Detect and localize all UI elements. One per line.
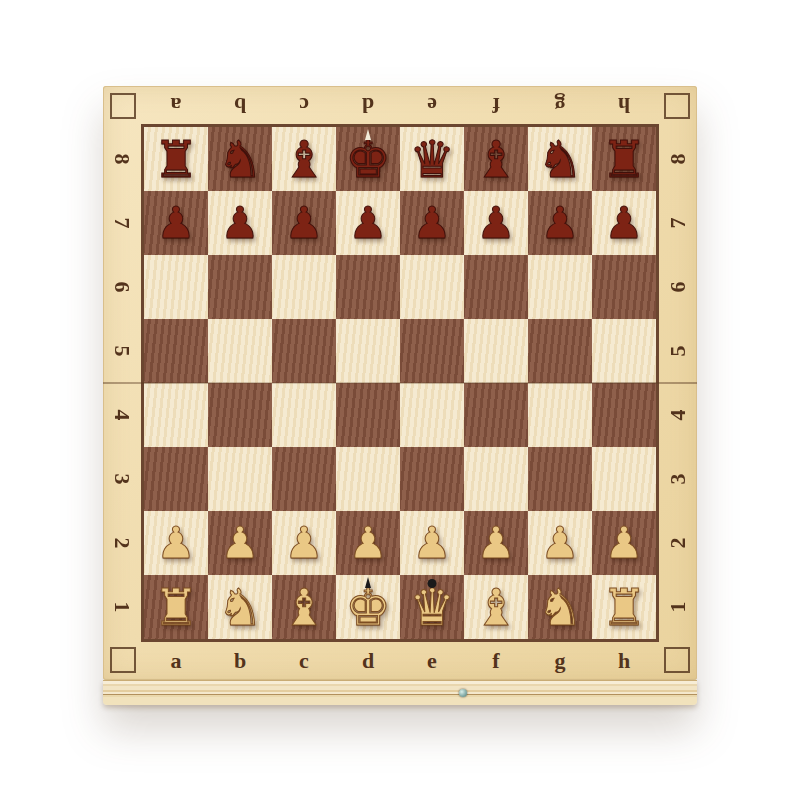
rank-label-right-2: 2 xyxy=(646,529,710,557)
square-g8: ♞ xyxy=(528,127,592,191)
square-g3 xyxy=(528,447,592,511)
square-g5 xyxy=(528,319,592,383)
fold-seam xyxy=(103,382,697,384)
piece-light-pawn-f2: ♟ xyxy=(476,521,515,565)
square-e5 xyxy=(400,319,464,383)
board-rim: abcdefgh abcdefgh 87654321 87654321 ♜♞♝♚… xyxy=(103,86,697,680)
square-e4 xyxy=(400,383,464,447)
piece-dark-pawn-a7: ♟ xyxy=(156,201,195,245)
corner-box-bottom-right xyxy=(664,647,690,673)
square-d8: ♚ xyxy=(336,127,400,191)
square-b2: ♟ xyxy=(208,511,272,575)
square-f8: ♝ xyxy=(464,127,528,191)
piece-light-bishop-f1: ♝ xyxy=(473,582,519,633)
rank-label-left-2: 2 xyxy=(90,529,154,557)
file-label-bottom-f: f xyxy=(464,647,528,675)
rank-label-left-7: 7 xyxy=(90,209,154,237)
piece-dark-pawn-e7: ♟ xyxy=(412,201,451,245)
square-e2: ♟ xyxy=(400,511,464,575)
square-g2: ♟ xyxy=(528,511,592,575)
photo-background: abcdefgh abcdefgh 87654321 87654321 ♜♞♝♚… xyxy=(0,0,800,800)
square-d3 xyxy=(336,447,400,511)
square-c1: ♝ xyxy=(272,575,336,639)
file-label-top-c: c xyxy=(272,91,336,119)
rank-label-right-5: 5 xyxy=(646,337,710,365)
light-queen-finial xyxy=(427,579,436,588)
box-lid-seam xyxy=(103,694,697,695)
file-label-bottom-g: g xyxy=(528,647,592,675)
piece-dark-rook-a8: ♜ xyxy=(153,134,199,185)
square-g4 xyxy=(528,383,592,447)
piece-light-queen-e1: ♛ xyxy=(409,582,455,633)
rank-label-left-6: 6 xyxy=(90,273,154,301)
file-label-top-a: a xyxy=(144,91,208,119)
piece-dark-pawn-f7: ♟ xyxy=(476,201,515,245)
piece-dark-pawn-h7: ♟ xyxy=(604,201,643,245)
file-label-top-g: g xyxy=(528,91,592,119)
square-b3 xyxy=(208,447,272,511)
piece-light-king-d1: ♚ xyxy=(345,582,391,633)
piece-light-knight-b1: ♞ xyxy=(217,582,263,633)
piece-light-knight-g1: ♞ xyxy=(537,582,583,633)
square-c3 xyxy=(272,447,336,511)
piece-dark-bishop-f8: ♝ xyxy=(473,134,519,185)
piece-dark-knight-b8: ♞ xyxy=(217,134,263,185)
corner-box-bottom-left xyxy=(110,647,136,673)
file-label-top-e: e xyxy=(400,91,464,119)
piece-dark-pawn-b7: ♟ xyxy=(220,201,259,245)
square-b1: ♞ xyxy=(208,575,272,639)
square-f3 xyxy=(464,447,528,511)
file-label-top-b: b xyxy=(208,91,272,119)
piece-dark-pawn-c7: ♟ xyxy=(284,201,323,245)
file-label-bottom-d: d xyxy=(336,647,400,675)
square-f6 xyxy=(464,255,528,319)
rank-label-right-7: 7 xyxy=(646,209,710,237)
square-e8: ♛ xyxy=(400,127,464,191)
piece-light-pawn-h2: ♟ xyxy=(604,521,643,565)
chess-board: abcdefgh abcdefgh 87654321 87654321 ♜♞♝♚… xyxy=(103,86,697,705)
piece-dark-knight-g8: ♞ xyxy=(537,134,583,185)
rank-label-left-3: 3 xyxy=(90,465,154,493)
piece-light-rook-a1: ♜ xyxy=(153,582,199,633)
piece-dark-pawn-d7: ♟ xyxy=(348,201,387,245)
rank-label-left-8: 8 xyxy=(90,145,154,173)
square-b8: ♞ xyxy=(208,127,272,191)
file-label-bottom-b: b xyxy=(208,647,272,675)
square-e3 xyxy=(400,447,464,511)
square-c6 xyxy=(272,255,336,319)
piece-light-pawn-a2: ♟ xyxy=(156,521,195,565)
rank-label-left-4: 4 xyxy=(90,401,154,429)
square-c7: ♟ xyxy=(272,191,336,255)
square-b6 xyxy=(208,255,272,319)
square-d7: ♟ xyxy=(336,191,400,255)
square-c4 xyxy=(272,383,336,447)
square-d6 xyxy=(336,255,400,319)
piece-light-pawn-d2: ♟ xyxy=(348,521,387,565)
piece-light-rook-h1: ♜ xyxy=(601,582,647,633)
box-side-edge xyxy=(103,680,697,705)
file-labels-top: abcdefgh xyxy=(144,91,656,119)
square-g6 xyxy=(528,255,592,319)
square-b4 xyxy=(208,383,272,447)
file-label-top-f: f xyxy=(464,91,528,119)
piece-light-pawn-b2: ♟ xyxy=(220,521,259,565)
square-c2: ♟ xyxy=(272,511,336,575)
file-label-top-d: d xyxy=(336,91,400,119)
light-king-finial xyxy=(365,577,371,588)
rank-label-left-5: 5 xyxy=(90,337,154,365)
piece-dark-bishop-c8: ♝ xyxy=(281,134,327,185)
rank-label-right-8: 8 xyxy=(646,145,710,173)
square-d4 xyxy=(336,383,400,447)
square-e6 xyxy=(400,255,464,319)
piece-dark-pawn-g7: ♟ xyxy=(540,201,579,245)
piece-dark-king-d8: ♚ xyxy=(345,134,391,185)
screw-icon xyxy=(459,689,467,697)
square-c8: ♝ xyxy=(272,127,336,191)
square-f5 xyxy=(464,319,528,383)
piece-light-pawn-c2: ♟ xyxy=(284,521,323,565)
square-f2: ♟ xyxy=(464,511,528,575)
rank-label-left-1: 1 xyxy=(90,593,154,621)
piece-dark-rook-h8: ♜ xyxy=(601,134,647,185)
file-label-top-h: h xyxy=(592,91,656,119)
file-labels-bottom: abcdefgh xyxy=(144,647,656,675)
square-d2: ♟ xyxy=(336,511,400,575)
file-label-bottom-a: a xyxy=(144,647,208,675)
rank-label-right-3: 3 xyxy=(646,465,710,493)
corner-box-top-left xyxy=(110,93,136,119)
square-c5 xyxy=(272,319,336,383)
rank-label-right-6: 6 xyxy=(646,273,710,301)
file-label-bottom-e: e xyxy=(400,647,464,675)
rank-label-right-4: 4 xyxy=(646,401,710,429)
dark-king-finial xyxy=(365,129,371,140)
square-f1: ♝ xyxy=(464,575,528,639)
square-g1: ♞ xyxy=(528,575,592,639)
square-f4 xyxy=(464,383,528,447)
piece-dark-queen-e8: ♛ xyxy=(409,134,455,185)
square-e7: ♟ xyxy=(400,191,464,255)
square-d1: ♚ xyxy=(336,575,400,639)
corner-box-top-right xyxy=(664,93,690,119)
piece-light-bishop-c1: ♝ xyxy=(281,582,327,633)
piece-light-pawn-g2: ♟ xyxy=(540,521,579,565)
piece-light-pawn-e2: ♟ xyxy=(412,521,451,565)
square-b7: ♟ xyxy=(208,191,272,255)
square-g7: ♟ xyxy=(528,191,592,255)
square-f7: ♟ xyxy=(464,191,528,255)
file-label-bottom-h: h xyxy=(592,647,656,675)
square-d5 xyxy=(336,319,400,383)
file-label-bottom-c: c xyxy=(272,647,336,675)
rank-label-right-1: 1 xyxy=(646,593,710,621)
square-b5 xyxy=(208,319,272,383)
square-e1: ♛ xyxy=(400,575,464,639)
